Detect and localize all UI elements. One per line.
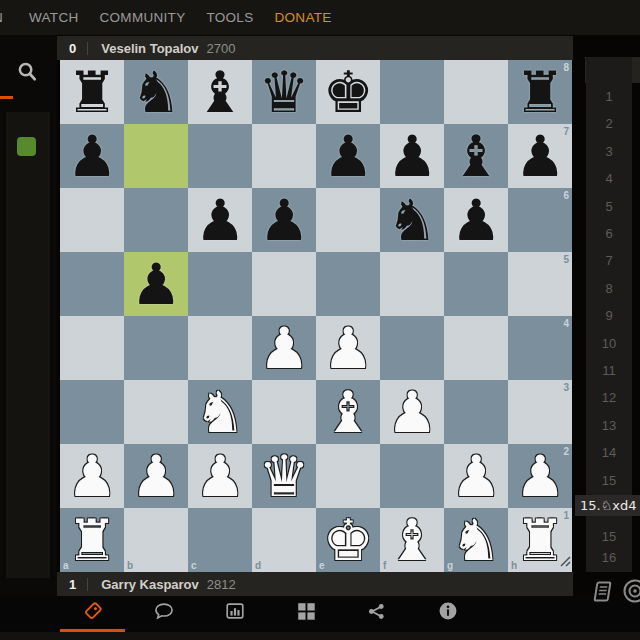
square-h4[interactable]: 4 [508, 316, 572, 380]
live-indicator[interactable] [17, 137, 36, 156]
square-b6[interactable] [124, 188, 188, 252]
move-number[interactable]: 6 [586, 225, 632, 243]
square-f4[interactable] [380, 316, 444, 380]
square-a5[interactable] [60, 252, 124, 316]
file-label-e: e [319, 560, 325, 571]
square-e8[interactable]: ♚ [316, 60, 380, 124]
player-rating-top: 2700 [207, 41, 236, 56]
square-f6[interactable]: ♞ [380, 188, 444, 252]
white-pawn[interactable]: ♟ [450, 444, 501, 508]
square-d1[interactable]: d [252, 508, 316, 572]
square-b4[interactable] [124, 316, 188, 380]
square-a1[interactable]: a♜ [60, 508, 124, 572]
file-label-b: b [127, 560, 133, 571]
tab-stats[interactable] [199, 596, 270, 630]
white-king[interactable]: ♚ [322, 508, 373, 572]
square-c8[interactable]: ♝ [188, 60, 252, 124]
chart-icon [224, 600, 246, 626]
move-number[interactable]: 14 [586, 444, 632, 462]
opening-book-icon[interactable] [591, 579, 615, 609]
move-number[interactable]: 7 [586, 252, 632, 270]
square-e7[interactable]: ♟ [316, 124, 380, 188]
square-h2[interactable]: 2♟ [508, 444, 572, 508]
white-pawn[interactable]: ♟ [322, 316, 373, 380]
left-sidebar-panel [6, 112, 50, 578]
square-d2[interactable]: ♛ [252, 444, 316, 508]
black-bishop[interactable]: ♝ [450, 124, 501, 188]
tab-info[interactable] [412, 596, 483, 630]
file-label-d: d [255, 560, 261, 571]
nav-item-clipped[interactable]: N [0, 10, 8, 25]
square-b3[interactable] [124, 380, 188, 444]
square-f3[interactable]: ♟ [380, 380, 444, 444]
move-number[interactable]: 8 [586, 280, 632, 298]
square-a2[interactable]: ♟ [60, 444, 124, 508]
black-pawn[interactable]: ♟ [514, 124, 565, 188]
white-pawn[interactable]: ♟ [194, 444, 245, 508]
move-number[interactable]: 11 [586, 362, 632, 380]
square-d5[interactable] [252, 252, 316, 316]
bottom-toolbar [0, 596, 640, 630]
move-number[interactable]: 10 [586, 335, 632, 353]
move-number[interactable]: 4 [586, 170, 632, 188]
player-bar-top: 0 Veselin Topalov 2700 [57, 36, 573, 60]
square-b7[interactable] [124, 124, 188, 188]
move-number[interactable]: 9 [586, 307, 632, 325]
square-f8[interactable] [380, 60, 444, 124]
score-top: 0 [69, 41, 76, 56]
square-e2[interactable] [316, 444, 380, 508]
square-h1[interactable]: 1h♜ [508, 508, 572, 572]
tag-icon [82, 600, 104, 626]
square-g1[interactable]: g♞ [444, 508, 508, 572]
divider [87, 578, 88, 591]
rank-label-4: 4 [563, 318, 569, 329]
rank-label-7: 7 [563, 126, 569, 137]
move-number[interactable]: 15 [586, 528, 632, 546]
black-pawn[interactable]: ♟ [258, 188, 309, 252]
nav-item-community[interactable]: COMMUNITY [100, 10, 186, 25]
square-e1[interactable]: e♚ [316, 508, 380, 572]
chat-bubble-icon [153, 600, 175, 626]
move-number[interactable]: 3 [586, 143, 632, 161]
white-bishop[interactable]: ♝ [386, 508, 437, 572]
square-g2[interactable]: ♟ [444, 444, 508, 508]
rank-label-2: 2 [563, 446, 569, 457]
square-e6[interactable] [316, 188, 380, 252]
rank-label-8: 8 [563, 62, 569, 73]
black-pawn[interactable]: ♟ [130, 252, 181, 316]
page-background-strip [0, 632, 640, 640]
move-number[interactable]: 5 [586, 198, 632, 216]
move-number[interactable]: 15 [586, 472, 632, 490]
square-d8[interactable]: ♛ [252, 60, 316, 124]
square-g8[interactable] [444, 60, 508, 124]
square-e4[interactable]: ♟ [316, 316, 380, 380]
square-a4[interactable] [60, 316, 124, 380]
square-g7[interactable]: ♝ [444, 124, 508, 188]
white-knight[interactable]: ♞ [450, 508, 501, 572]
square-h5[interactable]: 5 [508, 252, 572, 316]
square-e3[interactable]: ♝ [316, 380, 380, 444]
player-rating-bottom: 2812 [207, 577, 236, 592]
boards-grid-icon [295, 600, 317, 626]
page: N WATCH COMMUNITY TOOLS DONATE 0 Veselin… [0, 0, 640, 640]
square-b5[interactable]: ♟ [124, 252, 188, 316]
square-c1[interactable]: c [188, 508, 252, 572]
white-rook[interactable]: ♜ [514, 508, 565, 572]
rank-label-6: 6 [563, 190, 569, 201]
file-label-c: c [191, 560, 197, 571]
white-queen[interactable]: ♛ [258, 444, 309, 508]
black-pawn[interactable]: ♟ [66, 124, 117, 188]
square-d7[interactable] [252, 124, 316, 188]
square-a7[interactable]: ♟ [60, 124, 124, 188]
move-number[interactable]: 12 [586, 389, 632, 407]
nav-item-donate[interactable]: DONATE [274, 10, 331, 25]
white-pawn[interactable]: ♟ [258, 316, 309, 380]
file-label-h: h [511, 560, 517, 571]
square-c4[interactable] [188, 316, 252, 380]
tab-share[interactable] [341, 596, 412, 630]
square-h7[interactable]: 7♟ [508, 124, 572, 188]
move-number[interactable]: 2 [586, 115, 632, 133]
square-h3[interactable]: 3 [508, 380, 572, 444]
square-d3[interactable] [252, 380, 316, 444]
search-icon[interactable] [18, 62, 37, 87]
white-knight[interactable]: ♞ [194, 380, 245, 444]
square-h8[interactable]: 8♜ [508, 60, 572, 124]
target-icon[interactable] [621, 577, 640, 609]
black-knight[interactable]: ♞ [130, 60, 181, 124]
white-rook[interactable]: ♜ [66, 508, 117, 572]
white-bishop[interactable]: ♝ [322, 380, 373, 444]
white-pawn[interactable]: ♟ [130, 444, 181, 508]
square-a6[interactable] [60, 188, 124, 252]
player-name-top[interactable]: Veselin Topalov [101, 41, 198, 56]
square-h6[interactable]: 6 [508, 188, 572, 252]
black-rook[interactable]: ♜ [66, 60, 117, 124]
square-c5[interactable] [188, 252, 252, 316]
rank-label-3: 3 [563, 382, 569, 393]
black-pawn[interactable]: ♟ [386, 124, 437, 188]
rank-label-1: 1 [563, 510, 569, 521]
square-c2[interactable]: ♟ [188, 444, 252, 508]
active-nav-marker [0, 96, 13, 99]
black-bishop[interactable]: ♝ [194, 60, 245, 124]
tab-boards[interactable] [270, 596, 341, 630]
move-number[interactable]: 13 [586, 417, 632, 435]
player-bar-bottom: 1 Garry Kasparov 2812 [57, 572, 573, 596]
black-king[interactable]: ♚ [322, 60, 373, 124]
info-icon [437, 600, 459, 626]
square-g6[interactable]: ♟ [444, 188, 508, 252]
black-pawn[interactable]: ♟ [194, 188, 245, 252]
file-label-a: a [63, 560, 69, 571]
square-a3[interactable] [60, 380, 124, 444]
square-f7[interactable]: ♟ [380, 124, 444, 188]
white-pawn[interactable]: ♟ [386, 380, 437, 444]
nav-item-tools[interactable]: TOOLS [206, 10, 253, 25]
square-c6[interactable]: ♟ [188, 188, 252, 252]
player-name-bottom[interactable]: Garry Kasparov [101, 577, 199, 592]
nav-item-watch[interactable]: WATCH [29, 10, 79, 25]
square-c7[interactable] [188, 124, 252, 188]
file-label-g: g [447, 560, 453, 571]
black-queen[interactable]: ♛ [258, 60, 309, 124]
share-icon [366, 601, 387, 626]
square-d4[interactable]: ♟ [252, 316, 316, 380]
square-b8[interactable]: ♞ [124, 60, 188, 124]
square-c3[interactable]: ♞ [188, 380, 252, 444]
black-rook[interactable]: ♜ [514, 60, 565, 124]
square-g4[interactable] [444, 316, 508, 380]
square-f5[interactable] [380, 252, 444, 316]
current-move-tooltip: 15.♘xd4 [575, 495, 640, 516]
square-d6[interactable]: ♟ [252, 188, 316, 252]
move-number[interactable]: 16 [586, 549, 632, 567]
top-nav: N WATCH COMMUNITY TOOLS DONATE [0, 0, 640, 35]
black-pawn[interactable]: ♟ [450, 188, 501, 252]
rank-label-5: 5 [563, 254, 569, 265]
square-e5[interactable] [316, 252, 380, 316]
square-a8[interactable]: ♜ [60, 60, 124, 124]
tab-tags[interactable] [57, 596, 128, 630]
square-f1[interactable]: f♝ [380, 508, 444, 572]
black-pawn[interactable]: ♟ [322, 124, 373, 188]
board-resize-handle[interactable] [559, 553, 571, 571]
black-knight[interactable]: ♞ [386, 188, 437, 252]
square-b2[interactable]: ♟ [124, 444, 188, 508]
score-bottom: 1 [69, 577, 76, 592]
square-g5[interactable] [444, 252, 508, 316]
white-pawn[interactable]: ♟ [66, 444, 117, 508]
square-f2[interactable] [380, 444, 444, 508]
chess-board[interactable]: ♜♞♝♛♚8♜♟♟♟♝7♟♟♟♞♟6♟5♟♟4♞♝♟3♟♟♟♛♟2♟a♜bcde… [60, 60, 572, 572]
divider [87, 42, 88, 55]
square-g3[interactable] [444, 380, 508, 444]
square-b1[interactable]: b [124, 508, 188, 572]
tab-chat[interactable] [128, 596, 199, 630]
move-number[interactable]: 1 [586, 88, 632, 106]
file-label-f: f [383, 560, 386, 571]
white-pawn[interactable]: ♟ [514, 444, 565, 508]
